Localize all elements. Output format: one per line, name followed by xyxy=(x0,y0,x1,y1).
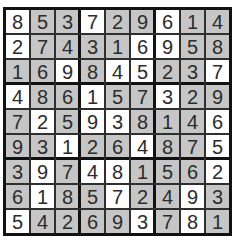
cell-r1c7: 6 xyxy=(156,10,179,33)
cell-r4c8: 2 xyxy=(181,85,204,108)
cell-r5c6: 8 xyxy=(131,110,154,133)
cell-r7c6: 1 xyxy=(131,160,154,183)
cell-r9c8: 8 xyxy=(181,210,204,233)
cell-r4c5: 5 xyxy=(106,85,129,108)
cell-r2c5: 1 xyxy=(106,35,129,58)
cell-r8c4: 5 xyxy=(81,185,104,208)
cell-r7c3: 7 xyxy=(56,160,79,183)
cell-r6c9: 5 xyxy=(206,135,229,158)
cell-r6c5: 6 xyxy=(106,135,129,158)
cell-r5c9: 6 xyxy=(206,110,229,133)
cell-r5c5: 3 xyxy=(106,110,129,133)
cell-r2c7: 9 xyxy=(156,35,179,58)
cell-r6c4: 2 xyxy=(81,135,104,158)
cell-r7c1: 3 xyxy=(6,160,29,183)
cell-r1c6: 9 xyxy=(131,10,154,33)
cell-r1c8: 1 xyxy=(181,10,204,33)
cell-r3c5: 4 xyxy=(106,60,129,83)
cell-r5c2: 2 xyxy=(31,110,54,133)
cell-r3c1: 1 xyxy=(6,60,29,83)
cell-r9c1: 5 xyxy=(6,210,29,233)
cell-r2c1: 2 xyxy=(6,35,29,58)
cell-r7c8: 6 xyxy=(181,160,204,183)
cell-r4c7: 3 xyxy=(156,85,179,108)
cell-r4c3: 6 xyxy=(56,85,79,108)
cell-r5c4: 9 xyxy=(81,110,104,133)
cell-r8c8: 9 xyxy=(181,185,204,208)
cell-r6c3: 1 xyxy=(56,135,79,158)
cell-r7c2: 9 xyxy=(31,160,54,183)
cell-r3c9: 7 xyxy=(206,60,229,83)
cell-r9c4: 6 xyxy=(81,210,104,233)
cell-r1c1: 8 xyxy=(6,10,29,33)
cell-r7c5: 8 xyxy=(106,160,129,183)
cell-r3c8: 3 xyxy=(181,60,204,83)
cell-r7c7: 5 xyxy=(156,160,179,183)
cell-r3c6: 5 xyxy=(131,60,154,83)
cell-r3c7: 2 xyxy=(156,60,179,83)
cell-r8c5: 7 xyxy=(106,185,129,208)
cell-r6c1: 9 xyxy=(6,135,29,158)
cell-r1c4: 7 xyxy=(81,10,104,33)
cell-r2c3: 4 xyxy=(56,35,79,58)
cell-r3c3: 9 xyxy=(56,60,79,83)
cell-r1c3: 3 xyxy=(56,10,79,33)
cell-r5c1: 7 xyxy=(6,110,29,133)
cell-r4c1: 4 xyxy=(6,85,29,108)
cell-r6c7: 8 xyxy=(156,135,179,158)
cell-r3c2: 6 xyxy=(31,60,54,83)
cell-r7c4: 4 xyxy=(81,160,104,183)
cell-r3c4: 8 xyxy=(81,60,104,83)
cell-r4c4: 1 xyxy=(81,85,104,108)
cell-r7c9: 2 xyxy=(206,160,229,183)
cell-r5c8: 4 xyxy=(181,110,204,133)
cell-r5c7: 1 xyxy=(156,110,179,133)
sudoku-board: 8537296142743169581698452374861573297259… xyxy=(3,7,232,236)
cell-r9c5: 9 xyxy=(106,210,129,233)
cell-r4c2: 8 xyxy=(31,85,54,108)
cell-r2c8: 5 xyxy=(181,35,204,58)
cell-r9c6: 3 xyxy=(131,210,154,233)
cell-r2c4: 3 xyxy=(81,35,104,58)
cell-r6c8: 7 xyxy=(181,135,204,158)
cell-r6c6: 4 xyxy=(131,135,154,158)
cell-r9c7: 7 xyxy=(156,210,179,233)
cell-r2c9: 8 xyxy=(206,35,229,58)
cell-r8c3: 8 xyxy=(56,185,79,208)
cell-r8c7: 4 xyxy=(156,185,179,208)
cell-r1c2: 5 xyxy=(31,10,54,33)
cell-r8c2: 1 xyxy=(31,185,54,208)
cell-r1c9: 4 xyxy=(206,10,229,33)
cell-r2c2: 7 xyxy=(31,35,54,58)
cell-r1c5: 2 xyxy=(106,10,129,33)
cell-r4c6: 7 xyxy=(131,85,154,108)
cell-r9c2: 4 xyxy=(31,210,54,233)
cell-r8c1: 6 xyxy=(6,185,29,208)
cell-r5c3: 5 xyxy=(56,110,79,133)
cell-r8c9: 3 xyxy=(206,185,229,208)
cell-r9c3: 2 xyxy=(56,210,79,233)
cell-r4c9: 9 xyxy=(206,85,229,108)
cell-r9c9: 1 xyxy=(206,210,229,233)
cell-r6c2: 3 xyxy=(31,135,54,158)
cell-r2c6: 6 xyxy=(131,35,154,58)
cell-r8c6: 2 xyxy=(131,185,154,208)
